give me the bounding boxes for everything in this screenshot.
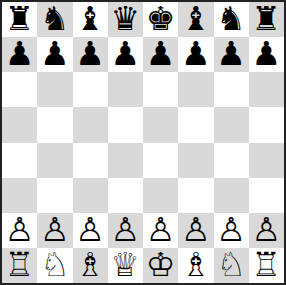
piece-white-pawn[interactable]: ♙ — [111, 213, 141, 246]
square-d4[interactable] — [108, 143, 143, 178]
square-f1[interactable]: ♗ — [178, 248, 213, 283]
square-h4[interactable] — [249, 143, 284, 178]
square-c4[interactable] — [73, 143, 108, 178]
piece-white-rook[interactable]: ♖ — [5, 248, 35, 281]
piece-white-pawn[interactable]: ♙ — [216, 213, 246, 246]
square-f3[interactable] — [178, 178, 213, 213]
square-a7[interactable]: ♟ — [2, 37, 37, 72]
piece-black-pawn[interactable]: ♟ — [146, 37, 176, 70]
square-e4[interactable] — [143, 143, 178, 178]
square-a4[interactable] — [2, 143, 37, 178]
piece-black-pawn[interactable]: ♟ — [252, 37, 282, 70]
square-b1[interactable]: ♘ — [37, 248, 72, 283]
piece-black-pawn[interactable]: ♟ — [111, 37, 141, 70]
piece-white-knight[interactable]: ♘ — [216, 248, 246, 281]
square-a2[interactable]: ♙ — [2, 213, 37, 248]
square-f7[interactable]: ♟ — [178, 37, 213, 72]
square-a3[interactable] — [2, 178, 37, 213]
square-d2[interactable]: ♙ — [108, 213, 143, 248]
square-g5[interactable] — [214, 107, 249, 142]
square-h6[interactable] — [249, 72, 284, 107]
piece-black-bishop[interactable]: ♝ — [181, 2, 211, 35]
square-a6[interactable] — [2, 72, 37, 107]
square-c1[interactable]: ♗ — [73, 248, 108, 283]
chess-board: ♜♞♝♛♚♝♞♜♟♟♟♟♟♟♟♟♙♙♙♙♙♙♙♙♖♘♗♕♔♗♘♖ — [0, 0, 286, 285]
square-e5[interactable] — [143, 107, 178, 142]
square-g8[interactable]: ♞ — [214, 2, 249, 37]
piece-white-pawn[interactable]: ♙ — [146, 213, 176, 246]
square-h1[interactable]: ♖ — [249, 248, 284, 283]
piece-white-pawn[interactable]: ♙ — [5, 213, 35, 246]
square-e1[interactable]: ♔ — [143, 248, 178, 283]
square-d8[interactable]: ♛ — [108, 2, 143, 37]
square-e6[interactable] — [143, 72, 178, 107]
square-b3[interactable] — [37, 178, 72, 213]
piece-white-rook[interactable]: ♖ — [252, 248, 282, 281]
piece-black-bishop[interactable]: ♝ — [75, 2, 105, 35]
square-d1[interactable]: ♕ — [108, 248, 143, 283]
piece-black-pawn[interactable]: ♟ — [5, 37, 35, 70]
square-h3[interactable] — [249, 178, 284, 213]
piece-white-pawn[interactable]: ♙ — [252, 213, 282, 246]
square-h5[interactable] — [249, 107, 284, 142]
square-c7[interactable]: ♟ — [73, 37, 108, 72]
square-a1[interactable]: ♖ — [2, 248, 37, 283]
piece-black-pawn[interactable]: ♟ — [216, 37, 246, 70]
square-d3[interactable] — [108, 178, 143, 213]
square-f8[interactable]: ♝ — [178, 2, 213, 37]
square-c6[interactable] — [73, 72, 108, 107]
square-b6[interactable] — [37, 72, 72, 107]
square-a8[interactable]: ♜ — [2, 2, 37, 37]
square-g7[interactable]: ♟ — [214, 37, 249, 72]
piece-black-rook[interactable]: ♜ — [252, 2, 282, 35]
square-b5[interactable] — [37, 107, 72, 142]
square-g6[interactable] — [214, 72, 249, 107]
square-c8[interactable]: ♝ — [73, 2, 108, 37]
square-e2[interactable]: ♙ — [143, 213, 178, 248]
piece-black-pawn[interactable]: ♟ — [181, 37, 211, 70]
piece-black-king[interactable]: ♚ — [146, 2, 176, 35]
piece-white-bishop[interactable]: ♗ — [181, 248, 211, 281]
piece-white-bishop[interactable]: ♗ — [75, 248, 105, 281]
square-g2[interactable]: ♙ — [214, 213, 249, 248]
square-d7[interactable]: ♟ — [108, 37, 143, 72]
square-d5[interactable] — [108, 107, 143, 142]
square-a5[interactable] — [2, 107, 37, 142]
piece-black-pawn[interactable]: ♟ — [40, 37, 70, 70]
square-h8[interactable]: ♜ — [249, 2, 284, 37]
square-g3[interactable] — [214, 178, 249, 213]
square-e3[interactable] — [143, 178, 178, 213]
piece-black-knight[interactable]: ♞ — [216, 2, 246, 35]
piece-white-pawn[interactable]: ♙ — [75, 213, 105, 246]
square-f2[interactable]: ♙ — [178, 213, 213, 248]
square-g1[interactable]: ♘ — [214, 248, 249, 283]
square-b4[interactable] — [37, 143, 72, 178]
piece-white-queen[interactable]: ♕ — [111, 248, 141, 281]
piece-white-king[interactable]: ♔ — [146, 248, 176, 281]
square-e7[interactable]: ♟ — [143, 37, 178, 72]
piece-white-pawn[interactable]: ♙ — [40, 213, 70, 246]
square-h7[interactable]: ♟ — [249, 37, 284, 72]
piece-white-pawn[interactable]: ♙ — [181, 213, 211, 246]
square-c5[interactable] — [73, 107, 108, 142]
square-f5[interactable] — [178, 107, 213, 142]
piece-black-rook[interactable]: ♜ — [5, 2, 35, 35]
square-e8[interactable]: ♚ — [143, 2, 178, 37]
square-f4[interactable] — [178, 143, 213, 178]
piece-black-knight[interactable]: ♞ — [40, 2, 70, 35]
square-b7[interactable]: ♟ — [37, 37, 72, 72]
square-c2[interactable]: ♙ — [73, 213, 108, 248]
square-b8[interactable]: ♞ — [37, 2, 72, 37]
square-h2[interactable]: ♙ — [249, 213, 284, 248]
piece-black-queen[interactable]: ♛ — [111, 2, 141, 35]
piece-white-knight[interactable]: ♘ — [40, 248, 70, 281]
square-b2[interactable]: ♙ — [37, 213, 72, 248]
square-g4[interactable] — [214, 143, 249, 178]
piece-black-pawn[interactable]: ♟ — [75, 37, 105, 70]
square-f6[interactable] — [178, 72, 213, 107]
square-c3[interactable] — [73, 178, 108, 213]
square-d6[interactable] — [108, 72, 143, 107]
